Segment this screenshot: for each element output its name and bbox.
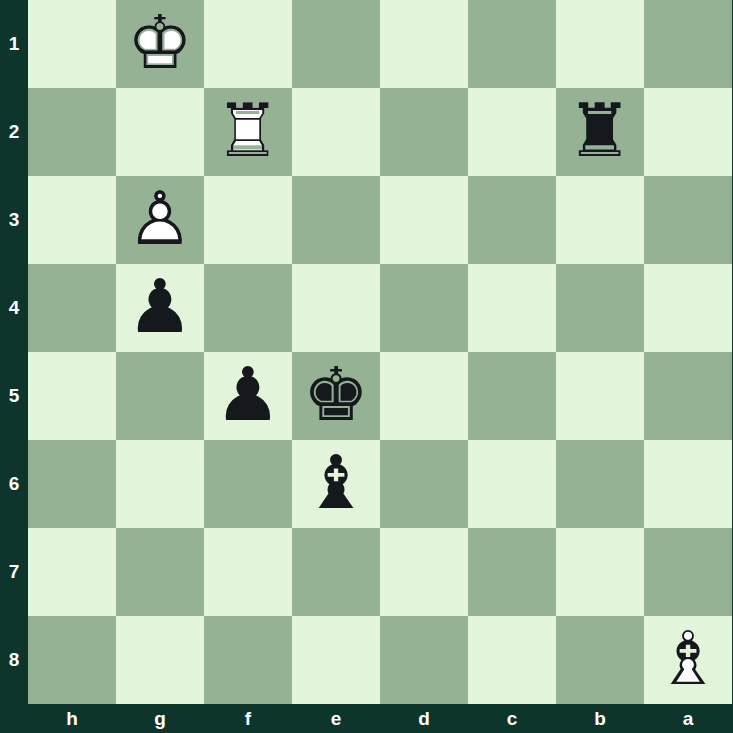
black-bishop-glyph: ♝: [292, 440, 380, 528]
black-pawn-g4[interactable]: ♟: [116, 264, 204, 352]
black-pawn-f5[interactable]: ♟: [204, 352, 292, 440]
white-rook-outline-glyph: ♖: [204, 88, 292, 176]
black-king-glyph: ♚: [292, 352, 380, 440]
square-e4[interactable]: [292, 264, 380, 352]
square-b5[interactable]: [556, 352, 644, 440]
square-g5[interactable]: [116, 352, 204, 440]
square-d1[interactable]: [380, 0, 468, 88]
black-pawn-glyph: ♟: [116, 264, 204, 352]
rank-label-7: 7: [0, 528, 28, 616]
square-a5[interactable]: [644, 352, 732, 440]
black-bishop-e6[interactable]: ♝: [292, 440, 380, 528]
square-f6[interactable]: [204, 440, 292, 528]
square-a4[interactable]: [644, 264, 732, 352]
square-h8[interactable]: [28, 616, 116, 704]
square-a7[interactable]: [644, 528, 732, 616]
square-b6[interactable]: [556, 440, 644, 528]
rank-label-4: 4: [0, 264, 28, 352]
rank-label-8: 8: [0, 616, 28, 704]
square-g6[interactable]: [116, 440, 204, 528]
white-bishop-outline-glyph: ♗: [644, 616, 732, 704]
square-h7[interactable]: [28, 528, 116, 616]
square-b7[interactable]: [556, 528, 644, 616]
square-f3[interactable]: [204, 176, 292, 264]
square-b8[interactable]: [556, 616, 644, 704]
chess-board-frame: 12345678 ♚♔♜♖♜♟♙♟♟♚♝♝♗ hgfedcba: [0, 0, 733, 733]
square-e2[interactable]: [292, 88, 380, 176]
file-label-f: f: [204, 704, 292, 733]
rank-label-1: 1: [0, 0, 28, 88]
square-g7[interactable]: [116, 528, 204, 616]
black-rook-b2[interactable]: ♜: [556, 88, 644, 176]
black-king-e5[interactable]: ♚: [292, 352, 380, 440]
square-h4[interactable]: [28, 264, 116, 352]
square-b1[interactable]: [556, 0, 644, 88]
square-g4[interactable]: ♟: [116, 264, 204, 352]
square-c8[interactable]: [468, 616, 556, 704]
square-d2[interactable]: [380, 88, 468, 176]
square-a1[interactable]: [644, 0, 732, 88]
black-rook-glyph: ♜: [556, 88, 644, 176]
square-d4[interactable]: [380, 264, 468, 352]
square-g1[interactable]: ♚♔: [116, 0, 204, 88]
square-c7[interactable]: [468, 528, 556, 616]
square-d7[interactable]: [380, 528, 468, 616]
file-label-d: d: [380, 704, 468, 733]
square-g8[interactable]: [116, 616, 204, 704]
rank-labels-column: 12345678: [0, 0, 28, 704]
square-f1[interactable]: [204, 0, 292, 88]
square-e1[interactable]: [292, 0, 380, 88]
white-king-outline-glyph: ♔: [116, 0, 204, 88]
white-pawn-g3[interactable]: ♟♙: [116, 176, 204, 264]
square-e6[interactable]: ♝: [292, 440, 380, 528]
square-f5[interactable]: ♟: [204, 352, 292, 440]
rank-label-5: 5: [0, 352, 28, 440]
square-a2[interactable]: [644, 88, 732, 176]
square-e8[interactable]: [292, 616, 380, 704]
square-c1[interactable]: [468, 0, 556, 88]
square-c4[interactable]: [468, 264, 556, 352]
file-label-a: a: [644, 704, 732, 733]
square-a8[interactable]: ♝♗: [644, 616, 732, 704]
square-b4[interactable]: [556, 264, 644, 352]
square-b2[interactable]: ♜: [556, 88, 644, 176]
square-e5[interactable]: ♚: [292, 352, 380, 440]
square-c3[interactable]: [468, 176, 556, 264]
square-g2[interactable]: [116, 88, 204, 176]
chess-board[interactable]: ♚♔♜♖♜♟♙♟♟♚♝♝♗: [28, 0, 732, 704]
square-h1[interactable]: [28, 0, 116, 88]
white-rook-f2[interactable]: ♜♖: [204, 88, 292, 176]
square-a6[interactable]: [644, 440, 732, 528]
file-label-b: b: [556, 704, 644, 733]
square-d3[interactable]: [380, 176, 468, 264]
rank-label-6: 6: [0, 440, 28, 528]
square-f8[interactable]: [204, 616, 292, 704]
square-f7[interactable]: [204, 528, 292, 616]
square-h3[interactable]: [28, 176, 116, 264]
square-e7[interactable]: [292, 528, 380, 616]
white-pawn-outline-glyph: ♙: [116, 176, 204, 264]
white-king-g1[interactable]: ♚♔: [116, 0, 204, 88]
rank-label-3: 3: [0, 176, 28, 264]
square-d8[interactable]: [380, 616, 468, 704]
square-a3[interactable]: [644, 176, 732, 264]
square-g3[interactable]: ♟♙: [116, 176, 204, 264]
square-e3[interactable]: [292, 176, 380, 264]
square-h6[interactable]: [28, 440, 116, 528]
file-labels-row: hgfedcba: [28, 704, 733, 733]
file-label-e: e: [292, 704, 380, 733]
square-c6[interactable]: [468, 440, 556, 528]
square-h5[interactable]: [28, 352, 116, 440]
square-c2[interactable]: [468, 88, 556, 176]
square-d5[interactable]: [380, 352, 468, 440]
square-d6[interactable]: [380, 440, 468, 528]
file-label-g: g: [116, 704, 204, 733]
square-c5[interactable]: [468, 352, 556, 440]
rank-label-2: 2: [0, 88, 28, 176]
file-label-h: h: [28, 704, 116, 733]
square-b3[interactable]: [556, 176, 644, 264]
black-pawn-glyph: ♟: [204, 352, 292, 440]
square-f2[interactable]: ♜♖: [204, 88, 292, 176]
square-f4[interactable]: [204, 264, 292, 352]
white-bishop-a8[interactable]: ♝♗: [644, 616, 732, 704]
square-h2[interactable]: [28, 88, 116, 176]
file-label-c: c: [468, 704, 556, 733]
